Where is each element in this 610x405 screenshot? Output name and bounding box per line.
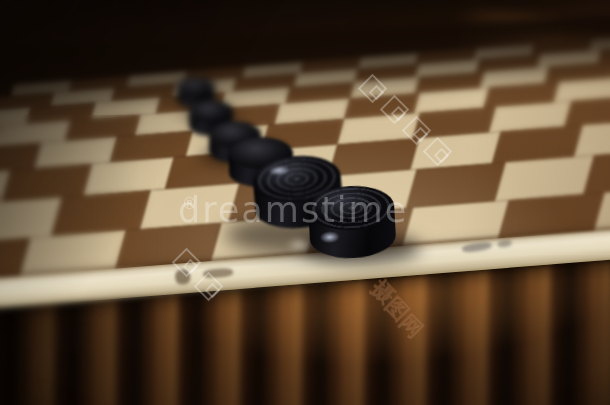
watermark-dreamstime-text: dreamstime® [178,190,199,230]
watermark-word: dreamstime [178,190,408,230]
registered-mark: ® [182,195,199,213]
dreamstime-diamond-logo-watermark [422,136,452,166]
checkers-photo-scene: ⛂ ⛂ ⛂ ⛂ ⛂ ⛂ dreamstime® 摄 图 网 [0,0,610,405]
dreamstime-diamond-logo-watermark [193,271,223,301]
